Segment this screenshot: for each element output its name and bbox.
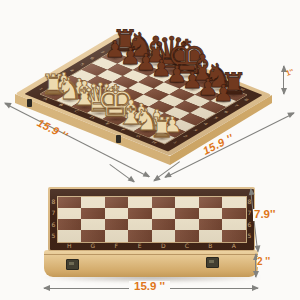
folded-board-square bbox=[152, 230, 176, 241]
file-coordinate: H bbox=[67, 243, 72, 249]
dim-label-thickness: 1'' bbox=[285, 68, 295, 78]
folded-board-front bbox=[44, 250, 258, 277]
folded-board-square bbox=[175, 208, 199, 219]
folded-board-square bbox=[222, 208, 246, 219]
folded-board-square bbox=[152, 219, 176, 230]
folded-playfield bbox=[58, 197, 246, 242]
folded-board-square bbox=[128, 208, 152, 219]
folded-board-square bbox=[81, 197, 105, 208]
folded-board-square bbox=[222, 197, 246, 208]
folded-board-square bbox=[58, 197, 82, 208]
rank-coordinate: 7 bbox=[248, 210, 252, 216]
folded-board-square bbox=[105, 230, 129, 241]
dim-line-thickness bbox=[283, 66, 284, 94]
folded-board-square bbox=[222, 230, 246, 241]
hinge-latch-icon bbox=[27, 99, 32, 107]
rank-coordinate: 6 bbox=[248, 222, 252, 228]
folded-board-square bbox=[58, 208, 82, 219]
folded-board-square bbox=[105, 197, 129, 208]
folded-board-square bbox=[222, 219, 246, 230]
clasp-latch-icon bbox=[206, 257, 219, 268]
folded-board-square bbox=[152, 197, 176, 208]
folded-board-square bbox=[128, 197, 152, 208]
file-coordinate: C bbox=[185, 243, 189, 249]
folded-board-square bbox=[175, 219, 199, 230]
rank-coordinate: 6 bbox=[52, 222, 56, 228]
product-photo-folding-chess-set: AABBCCDDEEFFGGHH8877665544332211 ♜♞♝♛♚♝♞… bbox=[0, 0, 300, 300]
file-coordinate: A bbox=[232, 243, 236, 249]
clasp-latch-icon bbox=[66, 259, 79, 270]
dim-label-folded-width: 15.9 '' bbox=[129, 281, 170, 293]
folded-board-square bbox=[58, 230, 82, 241]
folded-board-square bbox=[199, 219, 223, 230]
rank-coordinate: 5 bbox=[248, 233, 252, 239]
hinge-latch-icon bbox=[116, 135, 121, 143]
folded-board-square bbox=[175, 230, 199, 241]
dim-label-folded-height: 7.9'' bbox=[253, 209, 276, 221]
folded-board-square bbox=[81, 208, 105, 219]
folded-board-square bbox=[199, 208, 223, 219]
folded-board-square bbox=[199, 197, 223, 208]
dim-line-folded-depth bbox=[255, 254, 256, 277]
rank-coordinate: 8 bbox=[52, 199, 56, 205]
lid-seam bbox=[44, 254, 258, 255]
file-coordinate: E bbox=[138, 243, 142, 249]
folded-board-square bbox=[199, 230, 223, 241]
folded-board-square bbox=[105, 208, 129, 219]
rank-coordinate: 7 bbox=[52, 210, 56, 216]
rank-coordinate: 5 bbox=[52, 233, 56, 239]
file-coordinate: D bbox=[161, 243, 166, 249]
folded-board-square bbox=[128, 219, 152, 230]
file-coordinate: F bbox=[115, 243, 118, 249]
file-coordinate: B bbox=[208, 243, 212, 249]
dim-label-folded-depth: 2 '' bbox=[257, 257, 270, 267]
folded-board-square bbox=[175, 197, 199, 208]
file-coordinate: G bbox=[90, 243, 95, 249]
folded-board-square bbox=[152, 208, 176, 219]
folded-board-square bbox=[81, 219, 105, 230]
folded-board-square bbox=[81, 230, 105, 241]
folded-board-square bbox=[128, 230, 152, 241]
folded-board-square bbox=[105, 219, 129, 230]
folded-board-square bbox=[58, 219, 82, 230]
folded-chessboard-top: 88776655HGFEDCBA bbox=[48, 187, 255, 251]
